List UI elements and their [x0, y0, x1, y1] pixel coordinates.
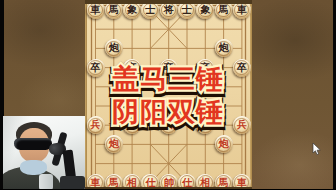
piece-black-chariot[interactable]: 車: [87, 1, 105, 19]
piece-black-advisor[interactable]: 士: [178, 1, 196, 19]
piece-glyph: 炮: [109, 140, 119, 150]
mouse-cursor-icon: [312, 143, 322, 156]
piece-red-soldier[interactable]: 兵: [87, 116, 105, 134]
piece-red-soldier[interactable]: 兵: [160, 116, 178, 134]
piece-glyph: 士: [182, 5, 192, 15]
piece-glyph: 卒: [237, 63, 247, 73]
piece-glyph: 車: [91, 5, 101, 15]
board-bottom-frame: [85, 187, 252, 190]
piece-black-soldier[interactable]: 卒: [87, 59, 105, 77]
xiangqi-board[interactable]: 楚河 漢界 車馬象士将士象馬車炮炮卒卒卒卒卒兵兵兵兵兵炮炮車馬相仕帥仕相馬車: [85, 0, 252, 189]
piece-black-cannon[interactable]: 炮: [215, 39, 233, 57]
river-label-left: 楚河: [115, 84, 139, 97]
piece-black-horse[interactable]: 馬: [215, 1, 233, 19]
piece-glyph: 兵: [237, 120, 247, 130]
piece-glyph: 炮: [219, 44, 229, 54]
board-top-frame: [85, 0, 252, 4]
piece-black-soldier[interactable]: 卒: [123, 59, 141, 77]
piece-black-soldier[interactable]: 卒: [196, 59, 214, 77]
piece-black-soldier[interactable]: 卒: [160, 59, 178, 77]
piece-black-chariot[interactable]: 車: [233, 1, 251, 19]
piece-black-horse[interactable]: 馬: [105, 1, 123, 19]
sunglasses: [14, 138, 52, 150]
river-label-right: 漢界: [193, 84, 217, 97]
piece-glyph: 兵: [127, 120, 137, 130]
piece-glyph: 馬: [219, 5, 229, 15]
piece-glyph: 象: [127, 5, 137, 15]
desk-equipment: [60, 176, 85, 189]
piece-glyph: 兵: [91, 120, 101, 130]
piece-glyph: 卒: [200, 63, 210, 73]
piece-red-cannon[interactable]: 炮: [215, 135, 233, 153]
board-grid-lines: [85, 0, 252, 189]
piece-glyph: 士: [145, 5, 155, 15]
video-frame: 楚河 漢界 車馬象士将士象馬車炮炮卒卒卒卒卒兵兵兵兵兵炮炮車馬相仕帥仕相馬車 盖…: [0, 0, 336, 189]
piece-red-soldier[interactable]: 兵: [233, 116, 251, 134]
piece-glyph: 卒: [127, 63, 137, 73]
webcam-overlay: [3, 116, 85, 189]
piece-glyph: 将: [164, 5, 174, 15]
piece-glyph: 炮: [109, 44, 119, 54]
piece-black-elephant[interactable]: 象: [123, 1, 141, 19]
piece-black-general[interactable]: 将: [160, 1, 178, 19]
piece-glyph: 車: [237, 5, 247, 15]
piece-glyph: 炮: [219, 140, 229, 150]
piece-glyph: 兵: [164, 120, 174, 130]
piece-glyph: 馬: [109, 5, 119, 15]
mic-handle: [39, 174, 53, 189]
right-letterbox-bar: [333, 0, 336, 189]
piece-glyph: 卒: [91, 63, 101, 73]
piece-black-soldier[interactable]: 卒: [233, 59, 251, 77]
piece-glyph: 卒: [164, 63, 174, 73]
face-mask: [20, 160, 47, 175]
piece-glyph: 兵: [200, 120, 210, 130]
piece-glyph: 象: [200, 5, 210, 15]
